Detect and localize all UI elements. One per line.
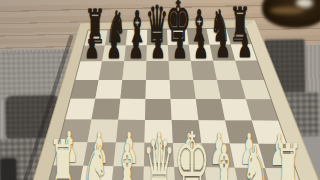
square-d7 — [147, 45, 169, 61]
square-d6 — [146, 61, 170, 80]
square-d2 — [144, 143, 174, 167]
square-d1 — [143, 167, 175, 180]
square-d8 — [147, 29, 168, 45]
square-c1 — [111, 166, 144, 180]
square-c3 — [116, 120, 145, 143]
square-b2 — [83, 142, 116, 166]
square-g7 — [210, 45, 236, 61]
square-c2 — [114, 143, 145, 167]
square-f6 — [191, 61, 217, 80]
square-c8 — [126, 29, 147, 45]
square-d4 — [145, 99, 172, 120]
square-f5 — [193, 80, 221, 99]
square-e5 — [170, 80, 196, 99]
square-f1 — [205, 167, 241, 180]
square-e3 — [172, 120, 202, 143]
chess-photo-scene: ♜♞♝♛♚♝♞♜♟♟♟♟♟♟♟♟♟♟♟♟♟♟♟♟♜♞♝♛♚♝♞♜ — [0, 0, 320, 180]
square-e6 — [169, 61, 194, 80]
square-e4 — [171, 99, 199, 120]
square-b6 — [99, 61, 125, 80]
square-f4 — [196, 99, 225, 120]
square-b3 — [88, 120, 119, 143]
square-d3 — [145, 120, 173, 143]
square-f2 — [201, 143, 234, 167]
square-c4 — [118, 99, 145, 120]
square-e8 — [167, 29, 189, 45]
square-e2 — [173, 143, 205, 167]
square-b7 — [102, 45, 126, 61]
square-b4 — [92, 99, 121, 120]
chess-board — [0, 0, 320, 180]
square-b1 — [78, 166, 113, 180]
square-b5 — [95, 80, 122, 99]
square-e1 — [174, 167, 208, 180]
square-f3 — [199, 120, 230, 143]
square-c7 — [124, 45, 147, 61]
square-c6 — [122, 61, 146, 80]
square-f8 — [187, 29, 210, 45]
square-e7 — [168, 45, 191, 61]
square-d5 — [146, 80, 171, 99]
square-f7 — [189, 45, 213, 61]
square-b8 — [105, 30, 128, 46]
square-c5 — [120, 80, 146, 99]
